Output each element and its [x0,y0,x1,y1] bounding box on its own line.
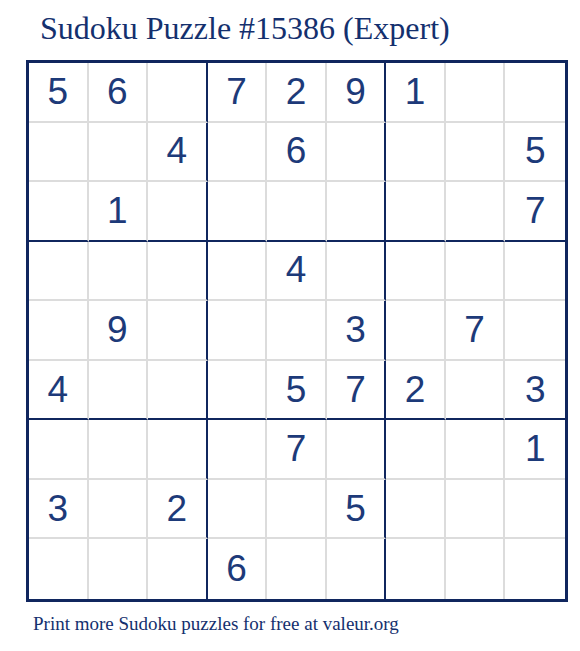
cell-r3c2[interactable]: 1 [89,182,149,242]
cell-r1c5[interactable]: 2 [267,63,327,123]
cell-r8c1[interactable]: 3 [29,480,89,540]
footer-text: Print more Sudoku puzzles for free at va… [33,613,399,635]
cell-r9c2[interactable] [89,539,149,599]
cell-r6c8[interactable] [446,361,506,421]
cell-r5c9[interactable] [505,301,565,361]
cell-r7c1[interactable] [29,420,89,480]
cell-r1c1[interactable]: 5 [29,63,89,123]
cell-r4c5[interactable]: 4 [267,242,327,302]
cell-r3c1[interactable] [29,182,89,242]
cell-r4c6[interactable] [327,242,387,302]
cell-r7c7[interactable] [386,420,446,480]
cell-r2c1[interactable] [29,123,89,183]
cell-r2c8[interactable] [446,123,506,183]
cell-r3c6[interactable] [327,182,387,242]
cell-r8c2[interactable] [89,480,149,540]
cell-r5c6[interactable]: 3 [327,301,387,361]
cell-r7c3[interactable] [148,420,208,480]
cell-r4c1[interactable] [29,242,89,302]
cell-r5c7[interactable] [386,301,446,361]
cell-r4c2[interactable] [89,242,149,302]
cell-r2c7[interactable] [386,123,446,183]
cell-r9c6[interactable] [327,539,387,599]
cell-r3c5[interactable] [267,182,327,242]
cell-r3c4[interactable] [208,182,268,242]
cell-r3c8[interactable] [446,182,506,242]
cell-r8c3[interactable]: 2 [148,480,208,540]
cell-r9c5[interactable] [267,539,327,599]
cell-r6c9[interactable]: 3 [505,361,565,421]
cell-r1c7[interactable]: 1 [386,63,446,123]
cell-r6c6[interactable]: 7 [327,361,387,421]
cell-r6c2[interactable] [89,361,149,421]
cell-r8c6[interactable]: 5 [327,480,387,540]
cell-r5c4[interactable] [208,301,268,361]
cell-r6c1[interactable]: 4 [29,361,89,421]
cell-r2c6[interactable] [327,123,387,183]
cell-r8c9[interactable] [505,480,565,540]
cell-r9c4[interactable]: 6 [208,539,268,599]
cell-r7c2[interactable] [89,420,149,480]
cell-r1c8[interactable] [446,63,506,123]
cell-r6c7[interactable]: 2 [386,361,446,421]
cell-r9c1[interactable] [29,539,89,599]
cell-r8c8[interactable] [446,480,506,540]
cell-r6c5[interactable]: 5 [267,361,327,421]
cell-r2c2[interactable] [89,123,149,183]
cell-r5c2[interactable]: 9 [89,301,149,361]
cell-r2c9[interactable]: 5 [505,123,565,183]
cell-r6c3[interactable] [148,361,208,421]
cell-r9c8[interactable] [446,539,506,599]
cell-r5c1[interactable] [29,301,89,361]
cell-r8c4[interactable] [208,480,268,540]
cell-r4c3[interactable] [148,242,208,302]
cell-r5c8[interactable]: 7 [446,301,506,361]
cell-r2c4[interactable] [208,123,268,183]
cell-r1c4[interactable]: 7 [208,63,268,123]
cell-r2c5[interactable]: 6 [267,123,327,183]
cell-r4c9[interactable] [505,242,565,302]
cell-r7c4[interactable] [208,420,268,480]
cell-r1c9[interactable] [505,63,565,123]
cell-r9c9[interactable] [505,539,565,599]
cell-r7c9[interactable]: 1 [505,420,565,480]
cell-r3c3[interactable] [148,182,208,242]
cell-r9c7[interactable] [386,539,446,599]
cell-r1c3[interactable] [148,63,208,123]
cell-r4c8[interactable] [446,242,506,302]
cell-r7c6[interactable] [327,420,387,480]
cell-r5c5[interactable] [267,301,327,361]
cell-r7c8[interactable] [446,420,506,480]
cell-r7c5[interactable]: 7 [267,420,327,480]
cell-r9c3[interactable] [148,539,208,599]
cell-r3c9[interactable]: 7 [505,182,565,242]
cell-r6c4[interactable] [208,361,268,421]
cell-r8c7[interactable] [386,480,446,540]
cell-r1c6[interactable]: 9 [327,63,387,123]
cell-r3c7[interactable] [386,182,446,242]
cell-r2c3[interactable]: 4 [148,123,208,183]
cell-r5c3[interactable] [148,301,208,361]
cell-r1c2[interactable]: 6 [89,63,149,123]
cell-r8c5[interactable] [267,480,327,540]
cell-r4c4[interactable] [208,242,268,302]
cell-r4c7[interactable] [386,242,446,302]
page-title: Sudoku Puzzle #15386 (Expert) [40,11,450,46]
sudoku-board: 56729146517493745723713256 [26,60,568,602]
